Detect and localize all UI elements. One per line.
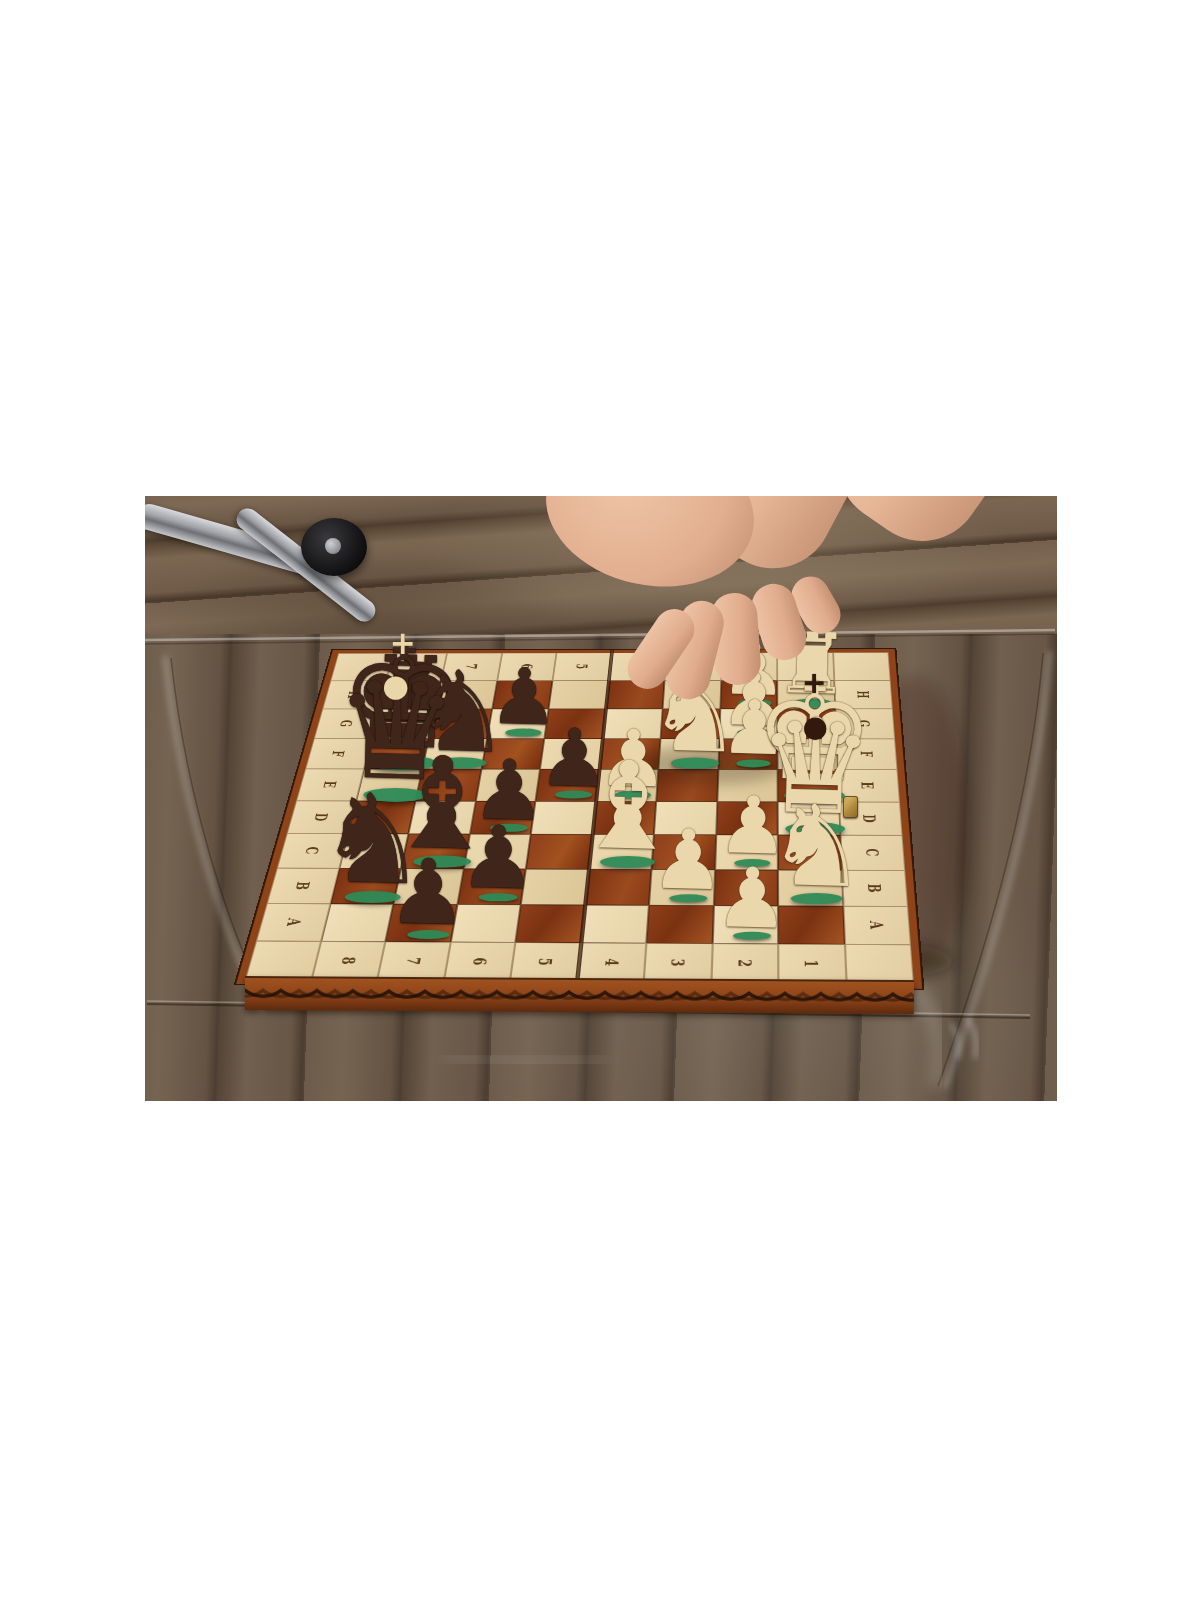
square-e3[interactable]	[656, 769, 718, 801]
chessboard: 87654321HHGGFFEEDDCCBBAA87654321	[236, 649, 922, 988]
square-b4[interactable]	[585, 869, 652, 905]
coordinate-label: 3	[684, 664, 703, 669]
square-b3[interactable]	[649, 869, 715, 905]
coordinate-label: C	[862, 849, 883, 857]
square-e7[interactable]	[415, 769, 481, 801]
square-e1[interactable]	[778, 769, 839, 801]
label-file-left-B: B	[267, 868, 339, 904]
square-g7[interactable]	[429, 709, 492, 739]
label-file-left-C: C	[277, 834, 347, 869]
coordinate-label: 8	[407, 664, 426, 669]
photo-caption: Product photo: wooden folding chess set …	[0, 0, 1, 1]
coordinate-label: D	[860, 814, 881, 822]
coordinate-label: F	[856, 751, 876, 757]
square-f2[interactable]	[718, 739, 778, 770]
square-f7[interactable]	[422, 738, 486, 769]
square-d5[interactable]	[531, 801, 596, 834]
border-corner	[245, 941, 321, 980]
coordinate-label: 2	[734, 959, 756, 967]
label-rank-far-6: 6	[497, 653, 557, 681]
coordinate-label: A	[282, 918, 305, 926]
coordinate-label: 3	[667, 959, 689, 967]
label-rank-far-2: 2	[721, 653, 777, 681]
coordinate-label: B	[292, 881, 315, 890]
coordinate-label: 4	[601, 958, 624, 966]
square-g2[interactable]	[719, 709, 778, 739]
square-h6[interactable]	[492, 680, 553, 709]
label-file-right-G: G	[835, 709, 895, 739]
border-corner	[844, 944, 914, 984]
square-f8[interactable]	[364, 738, 429, 769]
coordinate-label: G	[855, 720, 875, 727]
coordinate-label: H	[853, 691, 872, 699]
square-a2[interactable]	[712, 906, 778, 944]
square-b1[interactable]	[778, 870, 843, 907]
coordinate-label: B	[863, 884, 885, 893]
square-c7[interactable]	[401, 834, 469, 869]
square-d4[interactable]	[592, 801, 656, 834]
square-c2[interactable]	[715, 835, 778, 870]
label-file-right-H: H	[834, 680, 893, 709]
coordinate-label: C	[301, 847, 323, 855]
border-corner	[330, 653, 392, 680]
coordinate-label: 1	[801, 959, 823, 967]
coordinate-label: 8	[337, 957, 360, 965]
square-a1[interactable]	[778, 906, 844, 944]
coordinate-label: D	[311, 813, 333, 821]
square-e2[interactable]	[717, 769, 778, 801]
square-b6[interactable]	[457, 869, 526, 905]
label-rank-near-8: 8	[311, 941, 385, 980]
square-c4[interactable]	[589, 834, 654, 869]
square-e4[interactable]	[596, 769, 659, 801]
square-h2[interactable]	[720, 680, 777, 709]
square-g1[interactable]	[777, 709, 836, 739]
square-g3[interactable]	[661, 709, 720, 739]
label-rank-near-3: 3	[644, 943, 713, 983]
square-g4[interactable]	[602, 709, 662, 739]
coordinate-label: 4	[628, 664, 647, 669]
coordinate-label: 1	[796, 664, 815, 669]
coordinate-label: G	[336, 720, 357, 727]
coordinate-label: F	[328, 750, 349, 756]
border-corner	[833, 652, 891, 680]
square-d2[interactable]	[716, 801, 778, 835]
square-f1[interactable]	[777, 739, 837, 770]
square-b7[interactable]	[393, 868, 463, 904]
label-file-left-E: E	[296, 769, 363, 801]
label-file-left-G: G	[314, 709, 379, 738]
square-a6[interactable]	[450, 904, 520, 942]
label-file-left-A: A	[256, 903, 330, 941]
label-rank-near-5: 5	[510, 942, 581, 982]
square-c3[interactable]	[651, 835, 715, 870]
square-g5[interactable]	[544, 709, 605, 739]
square-h1[interactable]	[777, 680, 835, 709]
square-d3[interactable]	[654, 801, 717, 834]
square-f5[interactable]	[540, 738, 602, 769]
label-file-left-H: H	[322, 681, 385, 709]
square-a4[interactable]	[581, 905, 649, 943]
square-d7[interactable]	[408, 801, 475, 834]
coordinate-label: 7	[462, 664, 481, 669]
square-b8[interactable]	[330, 868, 401, 904]
square-a5[interactable]	[515, 905, 584, 943]
label-rank-far-5: 5	[553, 653, 612, 681]
label-file-right-B: B	[841, 870, 908, 907]
label-rank-near-4: 4	[577, 943, 647, 983]
coordinate-label: 5	[534, 958, 557, 966]
board-carved-edge	[245, 976, 914, 1014]
square-b2[interactable]	[713, 869, 778, 905]
square-e5[interactable]	[535, 769, 599, 801]
label-rank-near-1: 1	[778, 944, 846, 984]
square-d8[interactable]	[347, 801, 415, 834]
coordinate-label: 6	[468, 957, 491, 965]
square-d1[interactable]	[778, 802, 840, 836]
square-a3[interactable]	[646, 905, 713, 943]
label-file-right-F: F	[836, 739, 897, 770]
label-rank-far-3: 3	[665, 653, 722, 681]
label-file-right-C: C	[840, 835, 905, 870]
square-h4[interactable]	[605, 680, 664, 709]
square-e8[interactable]	[356, 769, 423, 801]
label-rank-far-7: 7	[441, 653, 501, 680]
coordinate-label: A	[865, 921, 887, 929]
brass-clasp	[843, 796, 858, 818]
square-f4[interactable]	[599, 739, 660, 770]
label-file-right-A: A	[843, 906, 911, 944]
label-rank-near-2: 2	[711, 943, 778, 983]
square-c6[interactable]	[463, 834, 530, 869]
square-c5[interactable]	[526, 834, 592, 869]
square-f6[interactable]	[481, 738, 544, 769]
label-rank-far-4: 4	[608, 653, 666, 681]
label-rank-near-6: 6	[443, 942, 515, 981]
square-a8[interactable]	[321, 904, 394, 942]
square-c1[interactable]	[778, 835, 842, 870]
label-rank-far-8: 8	[386, 653, 447, 680]
coordinate-label: E	[320, 781, 341, 788]
square-a7[interactable]	[385, 904, 457, 942]
label-rank-near-7: 7	[377, 941, 450, 980]
coordinate-label: 7	[402, 957, 425, 965]
label-file-left-F: F	[305, 738, 371, 769]
product-photo: 87654321HHGGFFEEDDCCBBAA87654321 ♜♚+♛●♞♞…	[145, 496, 1057, 1101]
coordinate-label: E	[858, 782, 878, 789]
square-g6[interactable]	[486, 709, 548, 739]
label-rank-far-1: 1	[777, 652, 834, 680]
square-c8[interactable]	[339, 834, 408, 869]
coordinate-label: 2	[740, 664, 759, 669]
coordinate-label: 5	[573, 664, 592, 669]
label-file-left-D: D	[287, 801, 356, 834]
coordinate-label: 6	[517, 664, 536, 669]
coordinate-label: H	[344, 691, 364, 699]
square-f3[interactable]	[658, 739, 718, 770]
square-h3[interactable]	[663, 680, 721, 709]
square-g8[interactable]	[371, 709, 435, 738]
square-e6[interactable]	[475, 769, 540, 801]
square-h7[interactable]	[435, 680, 497, 708]
square-h5[interactable]	[549, 680, 609, 709]
square-h8[interactable]	[379, 681, 442, 709]
square-d6[interactable]	[469, 801, 535, 834]
square-b5[interactable]	[521, 869, 589, 905]
